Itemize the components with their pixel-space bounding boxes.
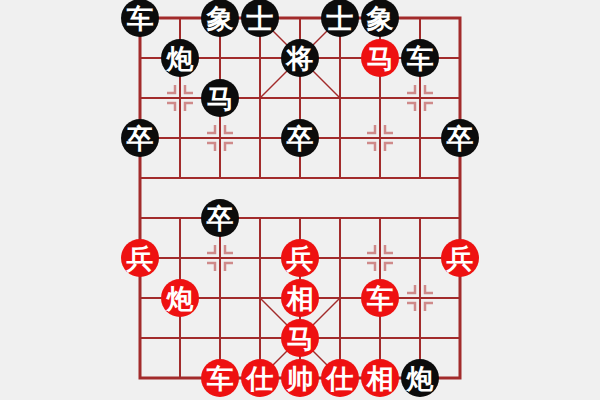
piece-red-horse[interactable]: 马 <box>361 39 399 77</box>
piece-black-soldier[interactable]: 卒 <box>121 119 159 157</box>
piece-red-elephant[interactable]: 相 <box>281 279 319 317</box>
piece-black-chariot[interactable]: 车 <box>121 0 159 37</box>
piece-black-advisor[interactable]: 士 <box>321 0 359 37</box>
piece-red-general[interactable]: 帅 <box>281 359 319 397</box>
piece-black-cannon[interactable]: 炮 <box>401 359 439 397</box>
piece-red-chariot[interactable]: 车 <box>201 359 239 397</box>
piece-red-advisor[interactable]: 仕 <box>321 359 359 397</box>
piece-black-elephant[interactable]: 象 <box>201 0 239 37</box>
piece-red-soldier[interactable]: 兵 <box>281 239 319 277</box>
piece-black-cannon[interactable]: 炮 <box>161 39 199 77</box>
piece-black-advisor[interactable]: 士 <box>241 0 279 37</box>
piece-black-soldier[interactable]: 卒 <box>201 199 239 237</box>
piece-black-soldier[interactable]: 卒 <box>281 119 319 157</box>
piece-red-cannon[interactable]: 炮 <box>161 279 199 317</box>
pieces-layer: 车象士士象炮将马车马卒卒卒卒兵兵兵炮相车马车仕帅仕相炮 <box>0 0 600 400</box>
piece-red-advisor[interactable]: 仕 <box>241 359 279 397</box>
xiangqi-board: 车象士士象炮将马车马卒卒卒卒兵兵兵炮相车马车仕帅仕相炮 <box>0 0 600 400</box>
piece-black-soldier[interactable]: 卒 <box>441 119 479 157</box>
piece-red-elephant[interactable]: 相 <box>361 359 399 397</box>
piece-black-elephant[interactable]: 象 <box>361 0 399 37</box>
piece-red-chariot[interactable]: 车 <box>361 279 399 317</box>
piece-red-soldier[interactable]: 兵 <box>121 239 159 277</box>
piece-black-horse[interactable]: 马 <box>201 79 239 117</box>
piece-black-chariot[interactable]: 车 <box>401 39 439 77</box>
piece-red-soldier[interactable]: 兵 <box>441 239 479 277</box>
piece-black-general[interactable]: 将 <box>281 39 319 77</box>
piece-red-horse[interactable]: 马 <box>281 319 319 357</box>
